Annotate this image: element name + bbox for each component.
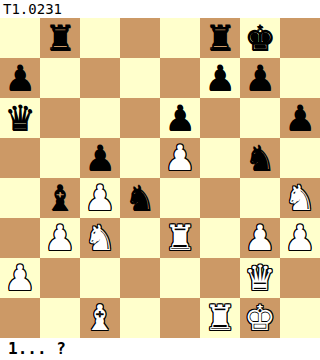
square-d7[interactable] [120, 58, 160, 98]
white-knight[interactable]: ♞ [84, 218, 115, 258]
square-d5[interactable] [120, 138, 160, 178]
prompt-bar: 1... ? [0, 338, 320, 360]
white-pawn[interactable]: ♟ [4, 258, 35, 298]
square-a7[interactable]: ♟ [0, 58, 40, 98]
square-h2[interactable] [280, 258, 320, 298]
square-g5[interactable]: ♞ [240, 138, 280, 178]
square-g7[interactable]: ♟ [240, 58, 280, 98]
square-c6[interactable] [80, 98, 120, 138]
square-h3[interactable]: ♟ [280, 218, 320, 258]
black-pawn[interactable]: ♟ [84, 138, 115, 178]
square-b8[interactable]: ♜ [40, 18, 80, 58]
black-pawn[interactable]: ♟ [284, 98, 315, 138]
white-rook[interactable]: ♜ [204, 298, 235, 338]
square-e4[interactable] [160, 178, 200, 218]
square-e5[interactable]: ♟ [160, 138, 200, 178]
black-pawn[interactable]: ♟ [164, 98, 195, 138]
square-b3[interactable]: ♟ [40, 218, 80, 258]
square-c8[interactable] [80, 18, 120, 58]
white-bishop[interactable]: ♝ [84, 298, 115, 338]
square-b2[interactable] [40, 258, 80, 298]
square-f3[interactable] [200, 218, 240, 258]
square-f8[interactable]: ♜ [200, 18, 240, 58]
square-a3[interactable] [0, 218, 40, 258]
black-knight[interactable]: ♞ [244, 138, 275, 178]
black-knight[interactable]: ♞ [124, 178, 155, 218]
square-b4[interactable]: ♝ [40, 178, 80, 218]
square-a4[interactable] [0, 178, 40, 218]
square-f2[interactable] [200, 258, 240, 298]
square-h5[interactable] [280, 138, 320, 178]
chess-board: ♜♜♚♟♟♟♛♟♟♟♟♞♝♟♞♞♟♞♜♟♟♟♛♝♜♚ [0, 18, 320, 338]
white-rook[interactable]: ♜ [164, 218, 195, 258]
black-pawn[interactable]: ♟ [204, 58, 235, 98]
square-a8[interactable] [0, 18, 40, 58]
square-a1[interactable] [0, 298, 40, 338]
square-c1[interactable]: ♝ [80, 298, 120, 338]
white-king[interactable]: ♚ [244, 298, 275, 338]
square-c7[interactable] [80, 58, 120, 98]
black-rook[interactable]: ♜ [204, 18, 235, 58]
square-f4[interactable] [200, 178, 240, 218]
square-b5[interactable] [40, 138, 80, 178]
square-c2[interactable] [80, 258, 120, 298]
move-prompt: 1... ? [0, 339, 66, 359]
square-g2[interactable]: ♛ [240, 258, 280, 298]
square-g1[interactable]: ♚ [240, 298, 280, 338]
square-f1[interactable]: ♜ [200, 298, 240, 338]
square-d3[interactable] [120, 218, 160, 258]
square-e8[interactable] [160, 18, 200, 58]
white-pawn[interactable]: ♟ [164, 138, 195, 178]
square-g3[interactable]: ♟ [240, 218, 280, 258]
square-e6[interactable]: ♟ [160, 98, 200, 138]
square-h4[interactable]: ♞ [280, 178, 320, 218]
square-c5[interactable]: ♟ [80, 138, 120, 178]
black-queen[interactable]: ♛ [4, 98, 35, 138]
square-a5[interactable] [0, 138, 40, 178]
black-rook[interactable]: ♜ [44, 18, 75, 58]
white-pawn[interactable]: ♟ [84, 178, 115, 218]
square-f7[interactable]: ♟ [200, 58, 240, 98]
square-b1[interactable] [40, 298, 80, 338]
title-bar: T1.0231 [0, 0, 320, 18]
white-knight[interactable]: ♞ [284, 178, 315, 218]
square-c3[interactable]: ♞ [80, 218, 120, 258]
white-pawn[interactable]: ♟ [244, 218, 275, 258]
square-d4[interactable]: ♞ [120, 178, 160, 218]
black-king[interactable]: ♚ [244, 18, 275, 58]
black-pawn[interactable]: ♟ [4, 58, 35, 98]
black-pawn[interactable]: ♟ [244, 58, 275, 98]
square-d2[interactable] [120, 258, 160, 298]
square-a2[interactable]: ♟ [0, 258, 40, 298]
square-g8[interactable]: ♚ [240, 18, 280, 58]
white-pawn[interactable]: ♟ [284, 218, 315, 258]
square-h8[interactable] [280, 18, 320, 58]
square-b7[interactable] [40, 58, 80, 98]
square-d1[interactable] [120, 298, 160, 338]
square-e7[interactable] [160, 58, 200, 98]
chess-puzzle-app: T1.0231 ♜♜♚♟♟♟♛♟♟♟♟♞♝♟♞♞♟♞♜♟♟♟♛♝♜♚ 1... … [0, 0, 320, 360]
square-h1[interactable] [280, 298, 320, 338]
square-g4[interactable] [240, 178, 280, 218]
square-d8[interactable] [120, 18, 160, 58]
square-b6[interactable] [40, 98, 80, 138]
square-e1[interactable] [160, 298, 200, 338]
square-d6[interactable] [120, 98, 160, 138]
white-pawn[interactable]: ♟ [44, 218, 75, 258]
square-a6[interactable]: ♛ [0, 98, 40, 138]
square-c4[interactable]: ♟ [80, 178, 120, 218]
square-f5[interactable] [200, 138, 240, 178]
black-bishop[interactable]: ♝ [44, 178, 75, 218]
square-e2[interactable] [160, 258, 200, 298]
square-f6[interactable] [200, 98, 240, 138]
square-h7[interactable] [280, 58, 320, 98]
square-g6[interactable] [240, 98, 280, 138]
puzzle-title: T1.0231 [0, 0, 62, 18]
square-e3[interactable]: ♜ [160, 218, 200, 258]
white-queen[interactable]: ♛ [244, 258, 275, 298]
square-h6[interactable]: ♟ [280, 98, 320, 138]
